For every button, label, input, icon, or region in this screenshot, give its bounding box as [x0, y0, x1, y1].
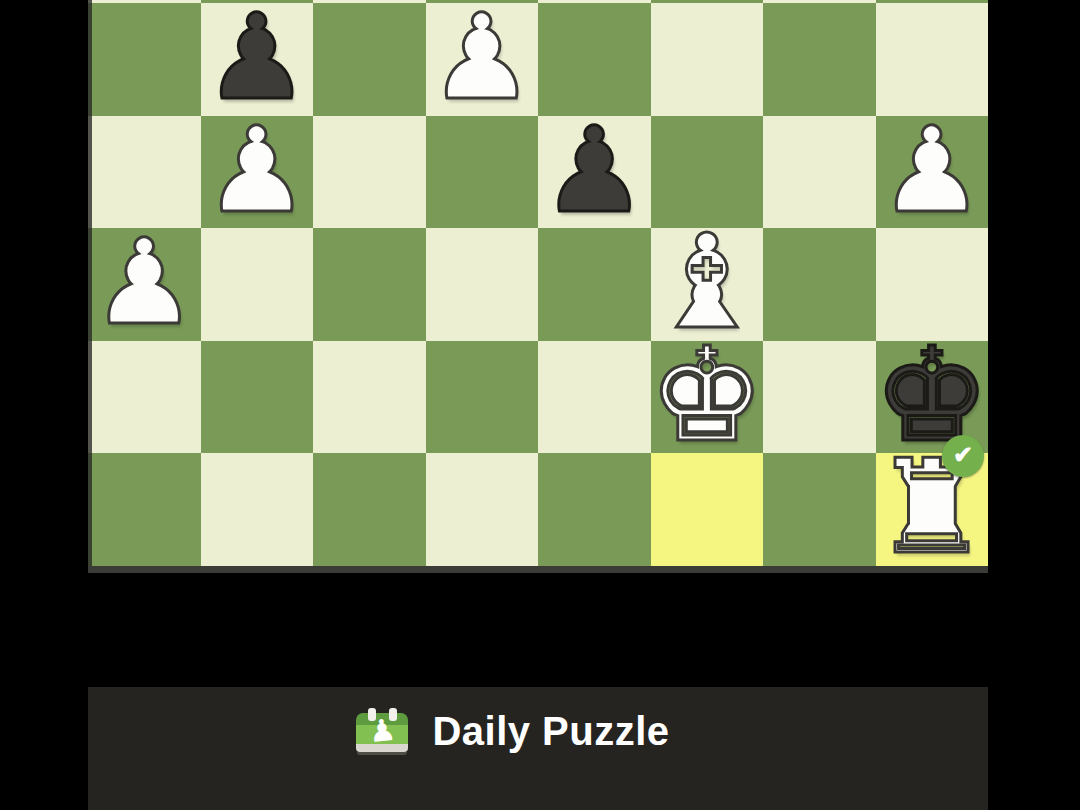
square-h4[interactable]: ♟ [876, 116, 989, 229]
daily-puzzle-banner-row: ♟ Daily Puzzle [356, 708, 669, 755]
square-e4[interactable]: ♟ [538, 116, 651, 229]
black-pawn[interactable]: ♟ [541, 111, 647, 229]
square-d3[interactable] [426, 228, 539, 341]
square-a3[interactable]: ♟ [88, 228, 201, 341]
square-f5[interactable] [651, 3, 764, 116]
square-d2[interactable] [426, 341, 539, 454]
square-b5[interactable]: ♟ [201, 3, 314, 116]
square-c5[interactable] [313, 3, 426, 116]
chess-board-grid: ♟♟♟♟♟♟♝♚♚♜✔ [88, 0, 988, 566]
square-g3[interactable] [763, 228, 876, 341]
square-g1[interactable] [763, 453, 876, 566]
calendar-base [356, 744, 408, 752]
square-g2[interactable] [763, 341, 876, 454]
square-c3[interactable] [313, 228, 426, 341]
square-d5[interactable]: ♟ [426, 3, 539, 116]
square-g4[interactable] [763, 116, 876, 229]
square-b2[interactable] [201, 341, 314, 454]
calendar-ring-right [389, 708, 397, 721]
screen: ♟♟♟♟♟♟♝♚♚♜✔ ♟ Daily Puzzle [0, 0, 1080, 810]
square-c4[interactable] [313, 116, 426, 229]
square-e3[interactable] [538, 228, 651, 341]
square-c2[interactable] [313, 341, 426, 454]
daily-puzzle-banner: ♟ Daily Puzzle [88, 687, 988, 810]
white-pawn[interactable]: ♟ [429, 0, 535, 116]
square-f1[interactable] [651, 453, 764, 566]
chess-board: ♟♟♟♟♟♟♝♚♚♜✔ [88, 0, 988, 573]
white-pawn[interactable]: ♟ [204, 111, 310, 229]
calendar-ring-left [368, 708, 376, 721]
square-h5[interactable] [876, 3, 989, 116]
calendar-base-edge [357, 752, 407, 755]
square-b4[interactable]: ♟ [201, 116, 314, 229]
square-f2[interactable]: ♚ [651, 341, 764, 454]
square-b3[interactable] [201, 228, 314, 341]
square-e5[interactable] [538, 3, 651, 116]
black-pawn[interactable]: ♟ [204, 0, 310, 116]
square-d1[interactable] [426, 453, 539, 566]
square-d4[interactable] [426, 116, 539, 229]
square-c1[interactable] [313, 453, 426, 566]
square-a5[interactable] [88, 3, 201, 116]
square-a1[interactable] [88, 453, 201, 566]
calendar-pawn-icon: ♟ [356, 708, 408, 755]
daily-puzzle-title: Daily Puzzle [432, 709, 669, 754]
correct-move-badge: ✔ [942, 435, 984, 477]
calendar-face: ♟ [356, 713, 408, 747]
white-pawn[interactable]: ♟ [879, 111, 985, 229]
white-pawn[interactable]: ♟ [91, 223, 197, 341]
square-e2[interactable] [538, 341, 651, 454]
square-e1[interactable] [538, 453, 651, 566]
white-king[interactable]: ♚ [648, 330, 765, 460]
square-a4[interactable] [88, 116, 201, 229]
board-bottom-edge [88, 566, 988, 573]
square-b1[interactable] [201, 453, 314, 566]
square-g5[interactable] [763, 3, 876, 116]
check-icon: ✔ [953, 443, 973, 467]
square-a2[interactable] [88, 341, 201, 454]
